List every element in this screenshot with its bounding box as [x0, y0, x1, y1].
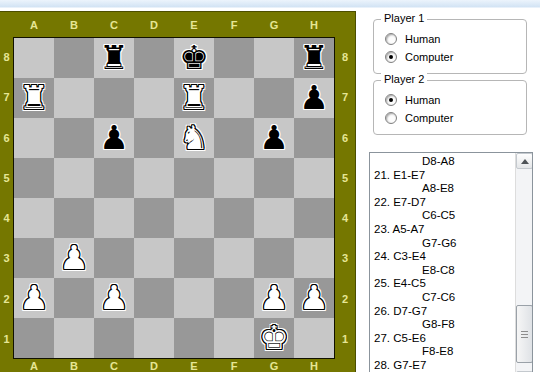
rank-label-1: 1 — [0, 319, 13, 359]
white-king: ♚ — [259, 321, 289, 354]
square-c3[interactable] — [94, 238, 134, 278]
black-pawn: ♟ — [299, 81, 329, 114]
square-c6[interactable]: ♟ — [94, 118, 134, 158]
move-line: C7-C6 — [370, 291, 515, 305]
square-c2[interactable]: ♟ — [94, 278, 134, 318]
rank-label-1: 1 — [335, 319, 355, 359]
move-list-scrollbar[interactable] — [515, 153, 532, 372]
file-label-c: C — [94, 12, 134, 37]
radio-player2-computer-label[interactable]: Computer — [405, 112, 453, 124]
player2-groupbox: Player 2 Human Computer — [373, 80, 527, 135]
move-line: 26. D7-G7 — [370, 305, 515, 319]
radio-player1-human[interactable] — [385, 33, 397, 45]
square-e1[interactable] — [174, 318, 214, 358]
radio-player1-human-label[interactable]: Human — [405, 33, 440, 45]
square-h4[interactable] — [294, 198, 334, 238]
rank-label-2: 2 — [335, 279, 355, 319]
square-d2[interactable] — [134, 278, 174, 318]
square-g4[interactable] — [254, 198, 294, 238]
square-d6[interactable] — [134, 118, 174, 158]
square-e3[interactable] — [174, 238, 214, 278]
radio-player1-computer[interactable] — [385, 51, 397, 63]
square-b7[interactable] — [54, 78, 94, 118]
rank-label-7: 7 — [335, 77, 355, 117]
square-e2[interactable] — [174, 278, 214, 318]
move-line: D8-A8 — [370, 155, 515, 169]
square-d1[interactable] — [134, 318, 174, 358]
square-g8[interactable] — [254, 38, 294, 78]
square-b5[interactable] — [54, 158, 94, 198]
square-a2[interactable]: ♟ — [14, 278, 54, 318]
white-rook: ♜ — [19, 81, 49, 114]
move-line: 28. G7-E7 — [370, 359, 515, 372]
move-line: G7-G6 — [370, 237, 515, 251]
square-g7[interactable] — [254, 78, 294, 118]
file-label-b: B — [54, 12, 94, 37]
square-b6[interactable] — [54, 118, 94, 158]
white-pawn: ♟ — [259, 281, 289, 314]
player1-groupbox-title: Player 1 — [381, 12, 427, 24]
square-g2[interactable]: ♟ — [254, 278, 294, 318]
square-g5[interactable] — [254, 158, 294, 198]
square-f4[interactable] — [214, 198, 254, 238]
white-pawn: ♟ — [59, 241, 89, 274]
square-h5[interactable] — [294, 158, 334, 198]
file-label-c: C — [94, 358, 134, 372]
square-e6[interactable]: ♞ — [174, 118, 214, 158]
square-d5[interactable] — [134, 158, 174, 198]
black-rook: ♜ — [299, 41, 329, 74]
move-line: 22. E7-D7 — [370, 196, 515, 210]
square-g1[interactable]: ♚ — [254, 318, 294, 358]
rank-labels-left: 87654321 — [0, 37, 13, 359]
radio-player1-computer-label[interactable]: Computer — [405, 51, 453, 63]
square-e8[interactable]: ♚ — [174, 38, 214, 78]
square-c7[interactable] — [94, 78, 134, 118]
scroll-up-button[interactable] — [516, 153, 533, 169]
square-d4[interactable] — [134, 198, 174, 238]
player1-groupbox: Player 1 Human Computer — [373, 19, 527, 74]
move-line: E8-C8 — [370, 264, 515, 278]
rank-label-4: 4 — [335, 198, 355, 238]
radio-player2-computer[interactable] — [385, 112, 397, 124]
file-label-b: B — [54, 358, 94, 372]
square-c8[interactable]: ♜ — [94, 38, 134, 78]
rank-label-6: 6 — [335, 118, 355, 158]
square-g6[interactable]: ♟ — [254, 118, 294, 158]
square-h3[interactable] — [294, 238, 334, 278]
rank-label-2: 2 — [0, 279, 13, 319]
rank-label-7: 7 — [0, 77, 13, 117]
square-b8[interactable] — [54, 38, 94, 78]
chess-board: ♜♚♜♜♜♟♟♞♟♟♟♟♟♟♚ — [13, 37, 335, 359]
up-arrow-icon — [521, 159, 529, 164]
square-a4[interactable] — [14, 198, 54, 238]
square-f1[interactable] — [214, 318, 254, 358]
black-rook: ♜ — [99, 41, 129, 74]
rank-label-3: 3 — [335, 238, 355, 278]
move-line: C6-C5 — [370, 209, 515, 223]
square-e5[interactable] — [174, 158, 214, 198]
file-label-d: D — [134, 12, 174, 37]
square-b1[interactable] — [54, 318, 94, 358]
file-labels-bottom: ABCDEFGH — [14, 358, 334, 372]
square-b4[interactable] — [54, 198, 94, 238]
file-label-h: H — [294, 12, 334, 37]
square-a3[interactable] — [14, 238, 54, 278]
square-a7[interactable]: ♜ — [14, 78, 54, 118]
square-f6[interactable] — [214, 118, 254, 158]
file-label-f: F — [214, 358, 254, 372]
square-h7[interactable]: ♟ — [294, 78, 334, 118]
file-label-a: A — [14, 358, 54, 372]
square-c4[interactable] — [94, 198, 134, 238]
board-frame: ABCDEFGH 87654321 87654321 ABCDEFGH ♜♚♜♜… — [0, 11, 356, 372]
file-label-e: E — [174, 12, 214, 37]
file-labels-top: ABCDEFGH — [14, 12, 334, 37]
square-f7[interactable] — [214, 78, 254, 118]
player2-groupbox-title: Player 2 — [381, 73, 427, 85]
square-b3[interactable]: ♟ — [54, 238, 94, 278]
square-h1[interactable] — [294, 318, 334, 358]
square-f3[interactable] — [214, 238, 254, 278]
white-pawn: ♟ — [19, 281, 49, 314]
move-line: 21. E1-E7 — [370, 169, 515, 183]
white-rook: ♜ — [179, 81, 209, 114]
move-line: A8-E8 — [370, 182, 515, 196]
square-h2[interactable]: ♟ — [294, 278, 334, 318]
square-e7[interactable]: ♜ — [174, 78, 214, 118]
square-h8[interactable]: ♜ — [294, 38, 334, 78]
square-d8[interactable] — [134, 38, 174, 78]
window-top-edge — [0, 0, 540, 8]
square-f2[interactable] — [214, 278, 254, 318]
black-king: ♚ — [179, 41, 209, 74]
white-knight: ♞ — [179, 121, 209, 154]
move-line: 27. C5-E6 — [370, 332, 515, 346]
black-pawn: ♟ — [259, 121, 289, 154]
square-a6[interactable] — [14, 118, 54, 158]
move-line: F8-E8 — [370, 345, 515, 359]
radio-player2-human-label[interactable]: Human — [405, 94, 440, 106]
square-f5[interactable] — [214, 158, 254, 198]
square-h6[interactable] — [294, 118, 334, 158]
square-a8[interactable] — [14, 38, 54, 78]
square-b2[interactable] — [54, 278, 94, 318]
move-line: G8-F8 — [370, 318, 515, 332]
scrollbar-thumb[interactable] — [516, 305, 533, 363]
rank-label-3: 3 — [0, 238, 13, 278]
square-d3[interactable] — [134, 238, 174, 278]
file-label-g: G — [254, 358, 294, 372]
rank-label-5: 5 — [335, 158, 355, 198]
rank-label-8: 8 — [335, 37, 355, 77]
file-label-d: D — [134, 358, 174, 372]
square-f8[interactable] — [214, 38, 254, 78]
move-list[interactable]: D8-A821. E1-E7A8-E822. E7-D7C6-C523. A5-… — [369, 152, 533, 372]
file-label-h: H — [294, 358, 334, 372]
move-line: 24. C3-E4 — [370, 250, 515, 264]
square-d7[interactable] — [134, 78, 174, 118]
radio-player2-human[interactable] — [385, 94, 397, 106]
rank-labels-right: 87654321 — [335, 37, 355, 359]
rank-label-6: 6 — [0, 118, 13, 158]
file-label-e: E — [174, 358, 214, 372]
move-line: 23. A5-A7 — [370, 223, 515, 237]
square-g3[interactable] — [254, 238, 294, 278]
file-label-a: A — [14, 12, 54, 37]
rank-label-8: 8 — [0, 37, 13, 77]
square-e4[interactable] — [174, 198, 214, 238]
square-c1[interactable] — [94, 318, 134, 358]
rank-label-5: 5 — [0, 158, 13, 198]
square-a5[interactable] — [14, 158, 54, 198]
square-c5[interactable] — [94, 158, 134, 198]
thumb-grip-icon — [521, 331, 528, 339]
file-label-f: F — [214, 12, 254, 37]
white-pawn: ♟ — [99, 281, 129, 314]
rank-label-4: 4 — [0, 198, 13, 238]
file-label-g: G — [254, 12, 294, 37]
black-pawn: ♟ — [99, 121, 129, 154]
move-line: 25. E4-C5 — [370, 277, 515, 291]
move-list-lines: D8-A821. E1-E7A8-E822. E7-D7C6-C523. A5-… — [370, 153, 515, 372]
square-a1[interactable] — [14, 318, 54, 358]
white-pawn: ♟ — [299, 281, 329, 314]
